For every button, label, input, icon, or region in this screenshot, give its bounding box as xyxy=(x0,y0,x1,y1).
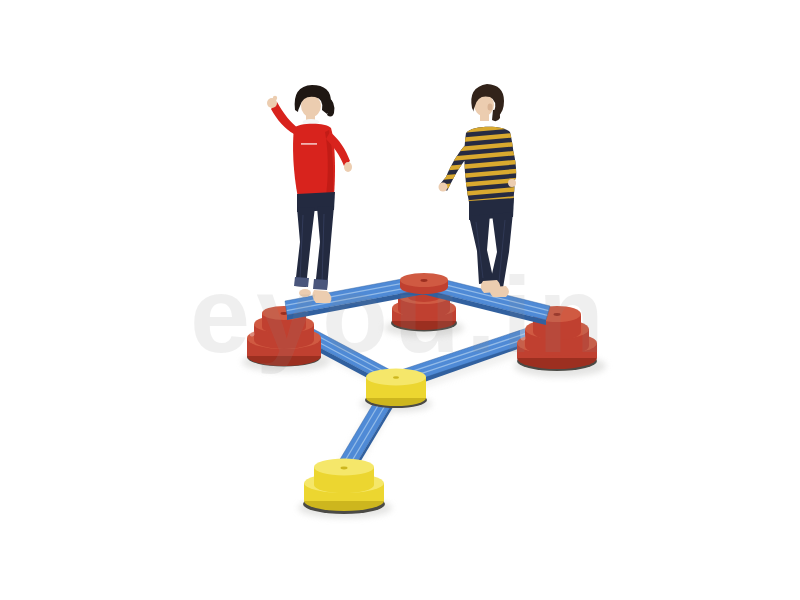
product-photo-canvas: eyou.in xyxy=(0,0,800,600)
balance-course-photo: eyou.in xyxy=(0,0,800,600)
boy-back-hand xyxy=(508,179,516,187)
stepping-stone-yellow-end xyxy=(303,459,385,515)
boy-front-hand xyxy=(439,183,448,192)
watermark: eyou.in xyxy=(190,254,610,375)
girl-shirt-print xyxy=(301,143,317,145)
boy-ear xyxy=(488,104,493,111)
